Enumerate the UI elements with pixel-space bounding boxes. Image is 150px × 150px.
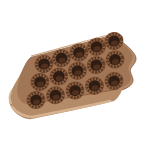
chocolate-mold-illustration: [0, 0, 150, 150]
product-photo: [0, 0, 150, 150]
